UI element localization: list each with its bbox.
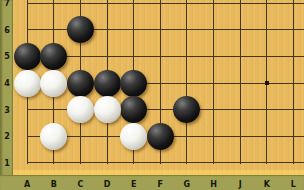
row-coordinate-strip: 7654321: [0, 0, 13, 190]
black-stone-G3: [173, 96, 200, 123]
column-label-L: L: [291, 180, 296, 189]
row-label-1: 1: [4, 158, 10, 167]
grid-line-col-G: [186, 0, 187, 164]
column-coordinate-strip: ABCDEFGHJKL: [0, 175, 304, 190]
column-label-G: G: [184, 180, 191, 189]
grid-line-col-J: [240, 0, 241, 164]
grid-line-row-7: [27, 3, 304, 4]
white-stone-A4: [14, 70, 41, 97]
black-stone-A5: [14, 43, 41, 70]
black-stone-E3: [120, 96, 147, 123]
row-label-4: 4: [4, 79, 10, 88]
column-label-F: F: [158, 180, 163, 189]
white-stone-D3: [94, 96, 121, 123]
row-label-2: 2: [4, 132, 10, 141]
star-point-K4: [265, 81, 269, 85]
row-label-5: 5: [4, 52, 10, 61]
black-stone-C4: [67, 70, 94, 97]
column-label-J: J: [239, 180, 242, 189]
grid-line-row-5: [27, 56, 304, 57]
grid-line-col-H: [213, 0, 214, 164]
column-label-B: B: [51, 180, 57, 189]
row-label-6: 6: [4, 25, 10, 34]
white-stone-E2: [120, 123, 147, 150]
black-stone-F2: [147, 123, 174, 150]
white-stone-B4: [40, 70, 67, 97]
row-label-3: 3: [4, 105, 10, 114]
column-label-A: A: [24, 180, 30, 189]
column-label-C: C: [78, 180, 84, 189]
white-stone-C3: [67, 96, 94, 123]
column-label-H: H: [210, 180, 217, 189]
row-label-7: 7: [4, 0, 10, 8]
column-label-E: E: [131, 180, 136, 189]
grid-line-row-1: [27, 162, 304, 163]
black-stone-C6: [67, 16, 94, 43]
black-stone-B5: [40, 43, 67, 70]
go-board[interactable]: [0, 0, 304, 190]
column-label-K: K: [264, 180, 270, 189]
column-label-D: D: [104, 180, 111, 189]
go-board-screenshot: 7654321 ABCDEFGHJKL: [0, 0, 304, 190]
black-stone-E4: [120, 70, 147, 97]
grid-line-col-L: [293, 0, 294, 164]
white-stone-B2: [40, 123, 67, 150]
black-stone-D4: [94, 70, 121, 97]
